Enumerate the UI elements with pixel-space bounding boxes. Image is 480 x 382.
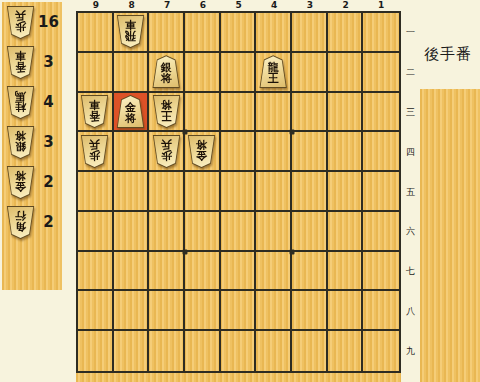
- square-14[interactable]: [363, 132, 399, 172]
- piece-kanji: 将: [15, 170, 26, 181]
- square-66[interactable]: [185, 212, 221, 252]
- square-36[interactable]: [292, 212, 328, 252]
- file-label: 8: [114, 0, 150, 11]
- square-99[interactable]: [78, 331, 114, 371]
- square-63[interactable]: [185, 93, 221, 133]
- gote-rook-piece[interactable]: 飛車: [116, 15, 145, 48]
- square-62[interactable]: [185, 53, 221, 93]
- square-98[interactable]: [78, 291, 114, 331]
- gote-knight-piece[interactable]: 桂馬: [6, 86, 35, 119]
- hand-row-bishop: 角行2: [2, 202, 62, 242]
- square-75[interactable]: [149, 172, 185, 212]
- hand-row-lance: 香車3: [2, 42, 62, 82]
- piece-kanji: 桂: [15, 101, 26, 112]
- gote-hand-tray: 歩兵16香車3桂馬4銀将3金将2角行2: [2, 2, 62, 290]
- square-44[interactable]: [256, 132, 292, 172]
- file-label: 5: [221, 0, 257, 11]
- square-72[interactable]: 銀将: [149, 53, 185, 93]
- square-65[interactable]: [185, 172, 221, 212]
- square-15[interactable]: [363, 172, 399, 212]
- piece-kanji: 金: [196, 150, 207, 161]
- shogi-diagram: 歩兵16香車3桂馬4銀将3金将2角行2 987654321 飛車銀将龍王香車金将…: [0, 0, 480, 382]
- square-27[interactable]: [328, 252, 364, 292]
- square-45[interactable]: [256, 172, 292, 212]
- square-49[interactable]: [256, 331, 292, 371]
- square-23[interactable]: [328, 93, 364, 133]
- gote-king-piece[interactable]: 王将: [152, 95, 181, 128]
- sente-gold-piece[interactable]: 金将: [116, 95, 145, 128]
- square-67[interactable]: [185, 252, 221, 292]
- hand-row-pawn: 歩兵16: [2, 2, 62, 42]
- square-73[interactable]: 王将: [149, 93, 185, 133]
- square-74[interactable]: 歩兵: [149, 132, 185, 172]
- square-29[interactable]: [328, 331, 364, 371]
- hand-row-gold: 金将2: [2, 162, 62, 202]
- square-95[interactable]: [78, 172, 114, 212]
- piece-kanji: 金: [15, 181, 26, 192]
- hand-count-bishop: 2: [35, 213, 62, 231]
- square-71[interactable]: [149, 13, 185, 53]
- piece-kanji: 兵: [15, 10, 26, 21]
- piece-kanji: 王: [161, 110, 172, 121]
- square-19[interactable]: [363, 331, 399, 371]
- file-label: 7: [149, 0, 185, 11]
- hand-count-silver: 3: [35, 133, 62, 151]
- square-18[interactable]: [363, 291, 399, 331]
- file-label: 2: [328, 0, 364, 11]
- square-83[interactable]: 金将: [114, 93, 150, 133]
- square-64[interactable]: 金将: [185, 132, 221, 172]
- square-13[interactable]: [363, 93, 399, 133]
- square-16[interactable]: [363, 212, 399, 252]
- square-86[interactable]: [114, 212, 150, 252]
- star-point: [290, 130, 295, 135]
- square-89[interactable]: [114, 331, 150, 371]
- square-88[interactable]: [114, 291, 150, 331]
- hand-count-gold: 2: [35, 173, 62, 191]
- square-25[interactable]: [328, 172, 364, 212]
- gote-pawn-piece[interactable]: 歩兵: [80, 135, 109, 168]
- square-35[interactable]: [292, 172, 328, 212]
- square-33[interactable]: [292, 93, 328, 133]
- square-34[interactable]: [292, 132, 328, 172]
- piece-kanji: 将: [196, 139, 207, 150]
- piece-kanji: 歩: [89, 150, 100, 161]
- gote-pawn-piece[interactable]: 歩兵: [6, 6, 35, 39]
- file-label: 6: [185, 0, 221, 11]
- piece-kanji: 行: [15, 210, 26, 221]
- square-96[interactable]: [78, 212, 114, 252]
- square-68[interactable]: [185, 291, 221, 331]
- square-87[interactable]: [114, 252, 150, 292]
- square-58[interactable]: [221, 291, 257, 331]
- piece-kanji: 車: [125, 19, 136, 30]
- square-51[interactable]: [221, 13, 257, 53]
- square-42[interactable]: 龍王: [256, 53, 292, 93]
- rank-labels: 一二三四五六七八九: [402, 13, 419, 371]
- star-point: [290, 250, 295, 255]
- piece-kanji: 王: [268, 73, 279, 84]
- square-91[interactable]: [78, 13, 114, 53]
- gote-gold-piece[interactable]: 金将: [6, 166, 35, 199]
- square-17[interactable]: [363, 252, 399, 292]
- square-41[interactable]: [256, 13, 292, 53]
- piece-kanji: 香: [89, 110, 100, 121]
- file-labels: 987654321: [78, 0, 399, 11]
- square-43[interactable]: [256, 93, 292, 133]
- square-47[interactable]: [256, 252, 292, 292]
- hand-row-silver: 銀将3: [2, 122, 62, 162]
- rank-label: 二: [402, 53, 419, 93]
- square-59[interactable]: [221, 331, 257, 371]
- square-52[interactable]: [221, 53, 257, 93]
- rank-label: 九: [402, 331, 419, 371]
- piece-kanji: 歩: [161, 150, 172, 161]
- rank-label: 七: [402, 252, 419, 292]
- rank-label: 六: [402, 212, 419, 252]
- piece-kanji: 香: [15, 61, 26, 72]
- hand-count-knight: 4: [35, 93, 62, 111]
- rank-label: 五: [402, 172, 419, 212]
- square-61[interactable]: [185, 13, 221, 53]
- square-28[interactable]: [328, 291, 364, 331]
- square-37[interactable]: [292, 252, 328, 292]
- file-label: 4: [256, 0, 292, 11]
- square-22[interactable]: [328, 53, 364, 93]
- square-53[interactable]: [221, 93, 257, 133]
- hand-count-pawn: 16: [35, 13, 62, 31]
- rank-label: 一: [402, 13, 419, 53]
- square-39[interactable]: [292, 331, 328, 371]
- square-31[interactable]: [292, 13, 328, 53]
- gote-gold-piece[interactable]: 金将: [187, 135, 216, 168]
- piece-kanji: 車: [89, 99, 100, 110]
- square-38[interactable]: [292, 291, 328, 331]
- square-54[interactable]: [221, 132, 257, 172]
- square-82[interactable]: [114, 53, 150, 93]
- square-69[interactable]: [185, 331, 221, 371]
- turn-indicator: 後手番: [424, 45, 472, 64]
- rank-label: 八: [402, 291, 419, 331]
- piece-kanji: 馬: [15, 90, 26, 101]
- square-32[interactable]: [292, 53, 328, 93]
- gote-lance-piece[interactable]: 香車: [80, 95, 109, 128]
- square-79[interactable]: [149, 331, 185, 371]
- sente-dragon-piece[interactable]: 龍王: [259, 55, 288, 88]
- file-label: 1: [363, 0, 399, 11]
- piece-kanji: 飛: [125, 30, 136, 41]
- square-57[interactable]: [221, 252, 257, 292]
- square-56[interactable]: [221, 212, 257, 252]
- square-92[interactable]: [78, 53, 114, 93]
- square-84[interactable]: [114, 132, 150, 172]
- square-76[interactable]: [149, 212, 185, 252]
- board-grid: 飛車銀将龍王香車金将王将歩兵歩兵金将: [76, 11, 401, 373]
- piece-kanji: 将: [125, 113, 136, 124]
- piece-kanji: 将: [15, 130, 26, 141]
- square-55[interactable]: [221, 172, 257, 212]
- gote-bishop-piece[interactable]: 角行: [6, 206, 35, 239]
- square-11[interactable]: [363, 13, 399, 53]
- piece-kanji: 将: [161, 73, 172, 84]
- square-93[interactable]: 香車: [78, 93, 114, 133]
- star-point: [183, 250, 188, 255]
- piece-kanji: 角: [15, 221, 26, 232]
- star-point: [183, 130, 188, 135]
- square-48[interactable]: [256, 291, 292, 331]
- square-97[interactable]: [78, 252, 114, 292]
- square-78[interactable]: [149, 291, 185, 331]
- sente-hand-tray: [420, 89, 480, 382]
- piece-kanji: 兵: [161, 139, 172, 150]
- file-label: 3: [292, 0, 328, 11]
- square-81[interactable]: 飛車: [114, 13, 150, 53]
- piece-kanji: 将: [161, 99, 172, 110]
- square-26[interactable]: [328, 212, 364, 252]
- rank-label: 三: [402, 93, 419, 133]
- gote-lance-piece[interactable]: 香車: [6, 46, 35, 79]
- square-46[interactable]: [256, 212, 292, 252]
- square-77[interactable]: [149, 252, 185, 292]
- square-24[interactable]: [328, 132, 364, 172]
- square-85[interactable]: [114, 172, 150, 212]
- square-12[interactable]: [363, 53, 399, 93]
- piece-kanji: 車: [15, 50, 26, 61]
- hand-row-knight: 桂馬4: [2, 82, 62, 122]
- sente-silver-piece[interactable]: 銀将: [152, 55, 181, 88]
- gote-silver-piece[interactable]: 銀将: [6, 126, 35, 159]
- rank-label: 四: [402, 132, 419, 172]
- square-94[interactable]: 歩兵: [78, 132, 114, 172]
- piece-kanji: 銀: [15, 141, 26, 152]
- piece-kanji: 歩: [15, 21, 26, 32]
- piece-kanji: 兵: [89, 139, 100, 150]
- square-21[interactable]: [328, 13, 364, 53]
- gote-pawn-piece[interactable]: 歩兵: [152, 135, 181, 168]
- file-label: 9: [78, 0, 114, 11]
- hand-count-lance: 3: [35, 53, 62, 71]
